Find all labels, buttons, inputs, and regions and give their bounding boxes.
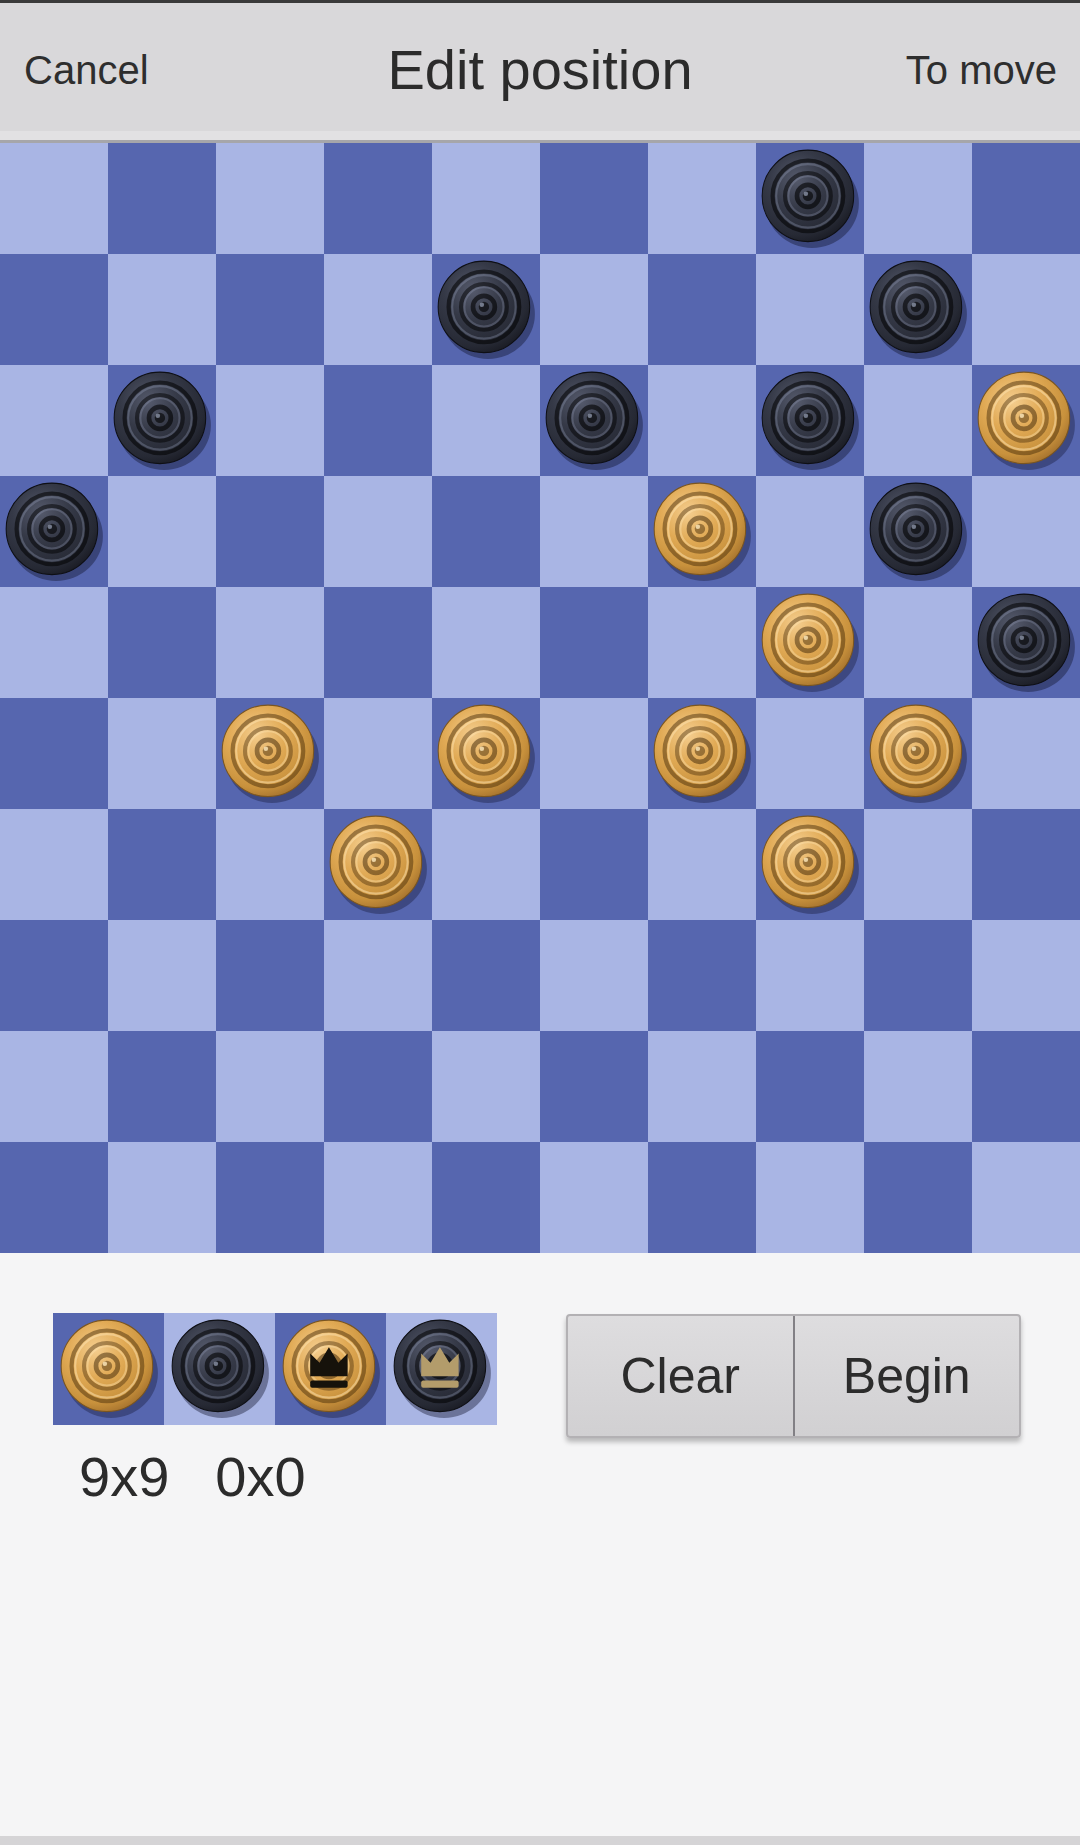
gold-man-piece (650, 702, 754, 806)
board-square[interactable] (864, 254, 972, 365)
gold-man-piece (218, 702, 322, 806)
board-square[interactable] (648, 365, 756, 476)
board-square[interactable] (756, 143, 864, 254)
black-man-piece (434, 258, 538, 362)
black-man-piece (2, 480, 106, 584)
board-square[interactable] (0, 587, 108, 698)
board-square[interactable] (216, 1031, 324, 1142)
header-bar: Edit position Cancel To move (0, 3, 1080, 131)
gold-man-piece (326, 813, 430, 917)
board-square[interactable] (756, 809, 864, 920)
selector-gold-man[interactable] (53, 1313, 164, 1425)
black-man-piece (758, 369, 862, 473)
board-square[interactable] (324, 809, 432, 920)
board-square[interactable] (324, 365, 432, 476)
bottom-strip (0, 1836, 1080, 1845)
board-square[interactable] (648, 809, 756, 920)
board-square[interactable] (108, 254, 216, 365)
board-square[interactable] (108, 1142, 216, 1253)
board-square[interactable] (0, 476, 108, 587)
board-square[interactable] (756, 476, 864, 587)
board-square[interactable] (324, 587, 432, 698)
gold-man-piece (758, 813, 862, 917)
action-buttons: Clear Begin (566, 1314, 1021, 1438)
board-square[interactable] (108, 809, 216, 920)
board-square[interactable] (324, 698, 432, 809)
board-square[interactable] (0, 920, 108, 1031)
board-square[interactable] (108, 476, 216, 587)
board-square[interactable] (540, 1142, 648, 1253)
black-man-piece (110, 369, 214, 473)
board-square[interactable] (540, 1031, 648, 1142)
board-square[interactable] (864, 587, 972, 698)
board-square[interactable] (432, 254, 540, 365)
selector-black-king[interactable] (386, 1313, 497, 1425)
board-square[interactable] (0, 143, 108, 254)
board-square[interactable] (972, 698, 1080, 809)
board-square[interactable] (216, 476, 324, 587)
board-square[interactable] (216, 698, 324, 809)
board-square[interactable] (432, 698, 540, 809)
board-square[interactable] (216, 1142, 324, 1253)
board-square[interactable] (756, 1142, 864, 1253)
board-square[interactable] (0, 1142, 108, 1253)
gold-man-piece (434, 702, 538, 806)
board-square[interactable] (432, 476, 540, 587)
board-square[interactable] (648, 1142, 756, 1253)
board-square[interactable] (324, 1142, 432, 1253)
board-square[interactable] (324, 476, 432, 587)
board-square[interactable] (0, 365, 108, 476)
gold-man-piece (866, 702, 970, 806)
board-square[interactable] (648, 1031, 756, 1142)
black-man-piece (542, 369, 646, 473)
board-square[interactable] (864, 365, 972, 476)
board-square[interactable] (540, 365, 648, 476)
board-square[interactable] (108, 1031, 216, 1142)
board-square[interactable] (648, 920, 756, 1031)
board-square[interactable] (756, 365, 864, 476)
board-square[interactable] (972, 1031, 1080, 1142)
board-square[interactable] (0, 698, 108, 809)
gold-man-piece (974, 369, 1078, 473)
board-square[interactable] (108, 365, 216, 476)
board-square[interactable] (324, 254, 432, 365)
board-square[interactable] (540, 476, 648, 587)
board-square[interactable] (216, 920, 324, 1031)
draughts-board (0, 143, 1080, 1253)
board-square[interactable] (972, 143, 1080, 254)
board-square[interactable] (324, 143, 432, 254)
board-square[interactable] (540, 254, 648, 365)
board-square[interactable] (972, 809, 1080, 920)
black-man-piece (758, 147, 862, 251)
board-square[interactable] (756, 587, 864, 698)
board-square[interactable] (648, 476, 756, 587)
board-square[interactable] (432, 587, 540, 698)
board-square[interactable] (648, 254, 756, 365)
black-man-piece (866, 480, 970, 584)
board-square[interactable] (108, 143, 216, 254)
board-square[interactable] (432, 1142, 540, 1253)
board-square[interactable] (648, 698, 756, 809)
board-square[interactable] (540, 698, 648, 809)
board-square[interactable] (648, 587, 756, 698)
gold-man-piece (758, 591, 862, 695)
piece-selector (53, 1313, 497, 1425)
board-square[interactable] (972, 254, 1080, 365)
board-square[interactable] (0, 254, 108, 365)
board-square[interactable] (216, 365, 324, 476)
selector-black-man[interactable] (164, 1313, 275, 1425)
board-square[interactable] (756, 1031, 864, 1142)
piece-counts: 9x9 0x0 (79, 1449, 306, 1505)
gold-man-piece (57, 1317, 161, 1421)
board-square[interactable] (864, 143, 972, 254)
board-square[interactable] (324, 1031, 432, 1142)
board-square[interactable] (864, 476, 972, 587)
board-square[interactable] (0, 1031, 108, 1142)
board-square[interactable] (864, 920, 972, 1031)
board-square[interactable] (324, 920, 432, 1031)
board-square[interactable] (972, 587, 1080, 698)
board-square[interactable] (216, 143, 324, 254)
board-square[interactable] (108, 920, 216, 1031)
gold-man-piece (650, 480, 754, 584)
board-square[interactable] (108, 587, 216, 698)
board-square[interactable] (972, 920, 1080, 1031)
board-square[interactable] (432, 1031, 540, 1142)
clear-button[interactable]: Clear (568, 1316, 793, 1436)
board-square[interactable] (540, 143, 648, 254)
board-square[interactable] (0, 809, 108, 920)
black-man-piece (866, 258, 970, 362)
board-square[interactable] (864, 698, 972, 809)
men-count: 9x9 (79, 1449, 169, 1505)
board-square[interactable] (540, 587, 648, 698)
to-move-button[interactable]: To move (906, 44, 1057, 90)
kings-count: 0x0 (215, 1449, 305, 1505)
board-square[interactable] (972, 476, 1080, 587)
black-king-piece (390, 1317, 494, 1421)
board-square[interactable] (432, 143, 540, 254)
board-square[interactable] (432, 365, 540, 476)
board-square[interactable] (648, 143, 756, 254)
cancel-button[interactable]: Cancel (24, 44, 149, 90)
board-square[interactable] (864, 809, 972, 920)
black-man-piece (168, 1317, 272, 1421)
header-divider (0, 131, 1080, 140)
black-man-piece (974, 591, 1078, 695)
board-square[interactable] (540, 920, 648, 1031)
selector-gold-king[interactable] (275, 1313, 386, 1425)
board-square[interactable] (972, 1142, 1080, 1253)
board-square[interactable] (540, 809, 648, 920)
board-square[interactable] (756, 254, 864, 365)
board-square[interactable] (216, 809, 324, 920)
gold-king-piece (279, 1317, 383, 1421)
board-square[interactable] (432, 920, 540, 1031)
begin-button[interactable]: Begin (793, 1316, 1020, 1436)
board-square[interactable] (216, 254, 324, 365)
board-square[interactable] (432, 809, 540, 920)
board-square[interactable] (108, 698, 216, 809)
board-square[interactable] (756, 920, 864, 1031)
board-square[interactable] (216, 587, 324, 698)
board-square[interactable] (972, 365, 1080, 476)
board-square[interactable] (864, 1031, 972, 1142)
board-square[interactable] (756, 698, 864, 809)
edit-panel: 9x9 0x0 Clear Begin (0, 1253, 1080, 1845)
board-square[interactable] (864, 1142, 972, 1253)
